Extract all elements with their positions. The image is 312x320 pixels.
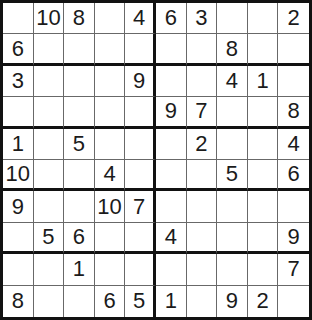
given-digit: 10	[6, 163, 30, 185]
cell-r4c9[interactable]	[248, 97, 279, 128]
cell-r9c7[interactable]	[187, 254, 218, 285]
cell-r6c8[interactable]: 5	[217, 160, 248, 191]
cell-r10c10[interactable]	[278, 286, 309, 317]
cell-r9c5[interactable]	[125, 254, 156, 285]
cell-r4c6[interactable]: 9	[156, 97, 187, 128]
cell-r6c2[interactable]	[34, 160, 65, 191]
cell-r1c7[interactable]: 3	[187, 3, 218, 34]
given-digit: 1	[165, 290, 177, 312]
cell-r1c10[interactable]: 2	[278, 3, 309, 34]
cell-r6c10[interactable]: 6	[278, 160, 309, 191]
cell-r10c4[interactable]: 6	[95, 286, 126, 317]
cell-r5c3[interactable]: 5	[64, 129, 95, 160]
cell-r7c4[interactable]: 10	[95, 191, 126, 222]
cell-r1c3[interactable]: 8	[64, 3, 95, 34]
cell-r2c8[interactable]: 8	[217, 34, 248, 65]
cell-r7c5[interactable]: 7	[125, 191, 156, 222]
cell-r4c3[interactable]	[64, 97, 95, 128]
cell-r9c6[interactable]	[156, 254, 187, 285]
cell-r2c9[interactable]	[248, 34, 279, 65]
cell-r2c2[interactable]	[34, 34, 65, 65]
cell-r8c10[interactable]: 9	[278, 223, 309, 254]
cell-r4c8[interactable]	[217, 97, 248, 128]
given-digit: 2	[288, 7, 300, 29]
cell-r3c1[interactable]: 3	[3, 66, 34, 97]
cell-r8c9[interactable]	[248, 223, 279, 254]
given-digit: 2	[256, 290, 268, 312]
cell-r1c1[interactable]	[3, 3, 34, 34]
cell-r4c10[interactable]: 8	[278, 97, 309, 128]
given-digit: 7	[133, 196, 145, 218]
given-digit: 6	[73, 226, 85, 248]
cell-r6c9[interactable]	[248, 160, 279, 191]
cell-r3c9[interactable]: 1	[248, 66, 279, 97]
cell-r9c8[interactable]	[217, 254, 248, 285]
given-digit: 5	[42, 226, 54, 248]
cell-r1c8[interactable]	[217, 3, 248, 34]
given-digit: 3	[12, 70, 24, 92]
cell-r2c5[interactable]	[125, 34, 156, 65]
cell-r7c8[interactable]	[217, 191, 248, 222]
given-digit: 4	[103, 163, 115, 185]
cell-r6c4[interactable]: 4	[95, 160, 126, 191]
given-digit: 6	[103, 290, 115, 312]
given-digit: 1	[73, 258, 85, 280]
given-digit: 5	[133, 290, 145, 312]
cell-r5c2[interactable]	[34, 129, 65, 160]
given-digit: 8	[12, 290, 24, 312]
cell-r2c3[interactable]	[64, 34, 95, 65]
cell-r3c7[interactable]	[187, 66, 218, 97]
cell-r4c5[interactable]	[125, 97, 156, 128]
cell-r3c10[interactable]	[278, 66, 309, 97]
given-digit: 9	[133, 70, 145, 92]
cell-r5c5[interactable]	[125, 129, 156, 160]
given-digit: 7	[288, 258, 300, 280]
cell-r9c10[interactable]: 7	[278, 254, 309, 285]
cell-r3c2[interactable]	[34, 66, 65, 97]
cell-r10c9[interactable]: 2	[248, 286, 279, 317]
given-digit: 6	[165, 7, 177, 29]
given-digit: 9	[12, 196, 24, 218]
given-digit: 3	[195, 7, 207, 29]
cell-r5c7[interactable]: 2	[187, 129, 218, 160]
cell-r5c10[interactable]: 4	[278, 129, 309, 160]
cell-r7c1[interactable]: 9	[3, 191, 34, 222]
cell-r4c4[interactable]	[95, 97, 126, 128]
cell-r8c8[interactable]	[217, 223, 248, 254]
given-digit: 4	[133, 7, 145, 29]
cell-r9c2[interactable]	[34, 254, 65, 285]
cell-r1c9[interactable]	[248, 3, 279, 34]
given-digit: 6	[288, 163, 300, 185]
cell-r7c9[interactable]	[248, 191, 279, 222]
cell-r3c6[interactable]	[156, 66, 187, 97]
given-digit: 10	[36, 7, 60, 29]
cell-r2c1[interactable]: 6	[3, 34, 34, 65]
cell-r10c5[interactable]: 5	[125, 286, 156, 317]
given-digit: 6	[12, 38, 24, 60]
cell-r7c2[interactable]	[34, 191, 65, 222]
cell-r6c5[interactable]	[125, 160, 156, 191]
given-digit: 9	[288, 226, 300, 248]
cell-r1c5[interactable]: 4	[125, 3, 156, 34]
cell-r7c3[interactable]	[64, 191, 95, 222]
cell-r10c6[interactable]: 1	[156, 286, 187, 317]
cell-r8c7[interactable]	[187, 223, 218, 254]
cell-r6c7[interactable]	[187, 160, 218, 191]
given-digit: 9	[165, 100, 177, 122]
cell-r8c3[interactable]: 6	[64, 223, 95, 254]
cell-r4c1[interactable]	[3, 97, 34, 128]
given-digit: 5	[226, 163, 238, 185]
cell-r5c6[interactable]	[156, 129, 187, 160]
cell-r7c10[interactable]	[278, 191, 309, 222]
cell-r1c6[interactable]: 6	[156, 3, 187, 34]
cell-r2c7[interactable]	[187, 34, 218, 65]
given-digit: 5	[73, 133, 85, 155]
cell-r10c3[interactable]	[64, 286, 95, 317]
cell-r10c7[interactable]	[187, 286, 218, 317]
cell-r7c6[interactable]	[156, 191, 187, 222]
cell-r3c5[interactable]: 9	[125, 66, 156, 97]
given-digit: 9	[226, 290, 238, 312]
given-digit: 2	[195, 133, 207, 155]
sudoku-board: 1084632683941978152410456910756491786519…	[0, 0, 312, 320]
cell-r1c2[interactable]: 10	[34, 3, 65, 34]
cell-r2c10[interactable]	[278, 34, 309, 65]
cell-r1c4[interactable]	[95, 3, 126, 34]
cell-r3c8[interactable]: 4	[217, 66, 248, 97]
cell-r6c3[interactable]	[64, 160, 95, 191]
cell-r3c4[interactable]	[95, 66, 126, 97]
cell-r9c1[interactable]	[3, 254, 34, 285]
cell-r8c5[interactable]	[125, 223, 156, 254]
cell-r2c6[interactable]	[156, 34, 187, 65]
cell-r9c9[interactable]	[248, 254, 279, 285]
given-digit: 8	[73, 7, 85, 29]
cell-r10c2[interactable]	[34, 286, 65, 317]
given-digit: 4	[288, 133, 300, 155]
given-digit: 4	[226, 70, 238, 92]
cell-r8c1[interactable]	[3, 223, 34, 254]
cell-r5c9[interactable]	[248, 129, 279, 160]
cell-r5c8[interactable]	[217, 129, 248, 160]
cell-r6c1[interactable]: 10	[3, 160, 34, 191]
cell-r8c2[interactable]: 5	[34, 223, 65, 254]
cell-r9c4[interactable]	[95, 254, 126, 285]
cell-r8c6[interactable]: 4	[156, 223, 187, 254]
given-digit: 10	[97, 196, 121, 218]
cell-r4c7[interactable]: 7	[187, 97, 218, 128]
cell-r8c4[interactable]	[95, 223, 126, 254]
cell-r7c7[interactable]	[187, 191, 218, 222]
given-digit: 7	[195, 100, 207, 122]
cell-r10c1[interactable]: 8	[3, 286, 34, 317]
given-digit: 1	[256, 70, 268, 92]
given-digit: 1	[12, 133, 24, 155]
cell-r2c4[interactable]	[95, 34, 126, 65]
cell-r10c8[interactable]: 9	[217, 286, 248, 317]
given-digit: 8	[288, 100, 300, 122]
cell-r5c1[interactable]: 1	[3, 129, 34, 160]
given-digit: 8	[226, 38, 238, 60]
cell-r9c3[interactable]: 1	[64, 254, 95, 285]
cell-r6c6[interactable]	[156, 160, 187, 191]
cell-r4c2[interactable]	[34, 97, 65, 128]
given-digit: 4	[165, 226, 177, 248]
cell-r5c4[interactable]	[95, 129, 126, 160]
cell-r3c3[interactable]	[64, 66, 95, 97]
